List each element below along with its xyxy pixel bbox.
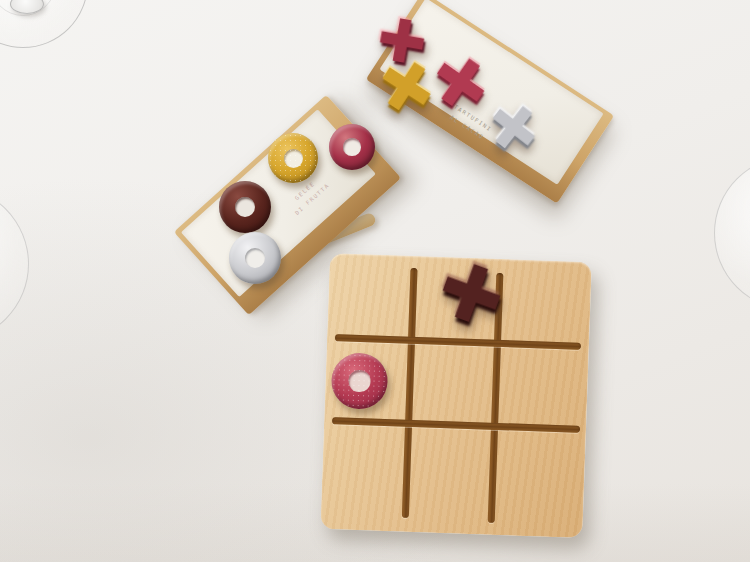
cell-r0c0[interactable] (327, 253, 414, 340)
cell-r2c1[interactable] (404, 423, 494, 535)
ring-hole (245, 248, 265, 268)
cell-r2c2[interactable] (490, 426, 586, 538)
ring-hole (235, 197, 255, 217)
ring-hole (349, 370, 371, 392)
ring-burgundy[interactable] (329, 124, 375, 170)
cell-r1c1[interactable] (408, 340, 497, 426)
board: ✚ (320, 253, 591, 538)
table-surface: gelée di frutta tartufini al cacao ✚ ✚ ✚… (0, 0, 750, 562)
ring-hole (343, 138, 361, 156)
wine-glass-base-right (714, 156, 750, 310)
cell-r1c2[interactable] (494, 343, 589, 429)
ring-yellow[interactable] (268, 133, 318, 183)
ring-silver[interactable] (229, 232, 281, 284)
cell-r2c0[interactable] (320, 420, 408, 532)
ring-chocolate[interactable] (219, 181, 271, 233)
ring-hole (284, 149, 303, 168)
wine-glass-base-left (0, 186, 29, 342)
